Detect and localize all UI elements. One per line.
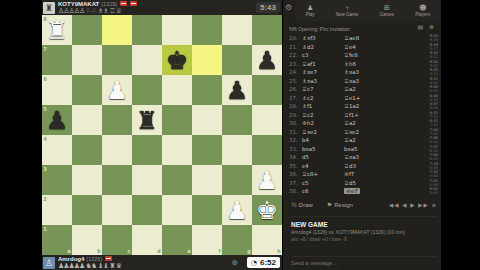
square-f2[interactable] bbox=[192, 195, 222, 225]
flag-badge bbox=[130, 1, 137, 6]
move-number: 29. bbox=[289, 112, 302, 118]
black-move[interactable]: ♗h6 bbox=[344, 61, 388, 67]
square-f7[interactable] bbox=[192, 45, 222, 75]
move-number: 35. bbox=[289, 163, 302, 169]
piece-white-rook-a8[interactable]: ♜ bbox=[42, 15, 72, 45]
square-e1[interactable]: e bbox=[162, 225, 192, 255]
square-d4[interactable] bbox=[132, 135, 162, 165]
white-move[interactable]: ♗f1 bbox=[302, 103, 344, 109]
chess-board[interactable]: 8♜7♚♟6♟♟5♟♜43♟2♟♚1abcdefgh bbox=[42, 15, 282, 255]
square-f3[interactable] bbox=[192, 165, 222, 195]
square-b5[interactable] bbox=[72, 105, 102, 135]
black-move[interactable]: ♖d5 bbox=[344, 180, 388, 186]
square-h4[interactable] bbox=[252, 135, 282, 165]
square-e8[interactable] bbox=[162, 15, 192, 45]
side-panel: ⚙ ♟Play＋New Game⊞Games☻Players ▤ ⊗ Nf6 O… bbox=[283, 0, 441, 270]
black-move[interactable]: ♖a2 bbox=[344, 137, 388, 143]
square-d7[interactable] bbox=[132, 45, 162, 75]
square-c8[interactable] bbox=[102, 15, 132, 45]
white-move[interactable]: ♗xf3 bbox=[302, 35, 344, 41]
players-icon: ☻ bbox=[419, 4, 426, 12]
square-b4[interactable] bbox=[72, 135, 102, 165]
games-icon: ⊞ bbox=[384, 4, 390, 12]
bottom-player-clock: ◔ 6:52 bbox=[247, 257, 280, 268]
square-h6[interactable] bbox=[252, 75, 282, 105]
white-move[interactable]: d5 bbox=[302, 154, 344, 160]
rank-label: 7 bbox=[44, 46, 47, 52]
move-row: 32.b4♖a27:466:48 bbox=[289, 136, 438, 145]
piece-black-pawn-a5[interactable]: ♟ bbox=[42, 105, 72, 135]
square-g8[interactable] bbox=[222, 15, 252, 45]
square-c2[interactable] bbox=[102, 195, 132, 225]
square-c3[interactable] bbox=[102, 165, 132, 195]
flag-badge bbox=[105, 256, 112, 261]
square-a8[interactable]: 8♜ bbox=[42, 15, 72, 45]
move-list: 20.♗xf3♖ae89:439:2821.♗d2♖e49:399:1722.c… bbox=[289, 34, 438, 196]
file-label: h bbox=[277, 248, 280, 254]
square-g1[interactable]: g bbox=[222, 225, 252, 255]
move-row: 31.♖xe2♖xe27:587:02 bbox=[289, 128, 438, 137]
piece-black-pawn-h7[interactable]: ♟ bbox=[252, 45, 282, 75]
move-times: 6:525:43 bbox=[416, 187, 438, 195]
square-c7[interactable] bbox=[102, 45, 132, 75]
file-label: b bbox=[97, 248, 100, 254]
move-row: 26.♖c7♖a29:008:33 bbox=[289, 85, 438, 94]
draw-button[interactable]: ½Draw bbox=[291, 201, 313, 208]
move-row: 38.c6♔e76:525:43 bbox=[289, 187, 438, 196]
square-e3[interactable] bbox=[162, 165, 192, 195]
move-number: 23. bbox=[289, 61, 302, 67]
square-h7[interactable]: ♟ bbox=[252, 45, 282, 75]
square-b6[interactable] bbox=[72, 75, 102, 105]
tab-label: Players bbox=[415, 12, 430, 18]
square-h5[interactable] bbox=[252, 105, 282, 135]
rank-label: 2 bbox=[44, 196, 47, 202]
move-row: 27.♗c2♖e1+8:488:20 bbox=[289, 94, 438, 103]
square-c6[interactable]: ♟ bbox=[102, 75, 132, 105]
top-player-clock: 5:43 bbox=[256, 2, 280, 13]
move-row: 23.♖af1♗h69:289:02 bbox=[289, 60, 438, 69]
black-move[interactable]: ♖xa3 bbox=[344, 154, 388, 160]
move-number: 36. bbox=[289, 171, 302, 177]
clock-icon: ◔ bbox=[251, 259, 257, 267]
black-move[interactable]: ♖e4 bbox=[344, 44, 388, 50]
black-move[interactable]: ♖d3 bbox=[344, 163, 388, 169]
white-move[interactable]: ♗xe7 bbox=[302, 69, 344, 75]
black-move[interactable]: bxa5 bbox=[344, 146, 388, 152]
bottom-player-bar: ♙ Amrdog4 (1326) ♟♟♟♟♟ ♞♞ ♝♝ ♜ ♛ ⊕ ◔ 6:5… bbox=[42, 255, 282, 270]
move-row: 34.d5♖xa37:286:21 bbox=[289, 153, 438, 162]
white-move[interactable]: ♖c2 bbox=[302, 112, 344, 118]
new-game-match: Amrdog4 (1326) vs. KOTY9MAKAT (1329) (10… bbox=[291, 229, 437, 236]
rank-label: 3 bbox=[44, 166, 47, 172]
avatar[interactable]: ♙ bbox=[43, 257, 55, 269]
square-d2[interactable] bbox=[132, 195, 162, 225]
square-b1[interactable]: b bbox=[72, 225, 102, 255]
white-move[interactable]: c5 bbox=[302, 180, 344, 186]
tab-players[interactable]: ☻Players bbox=[415, 4, 430, 18]
square-b8[interactable] bbox=[72, 15, 102, 45]
square-e5[interactable] bbox=[162, 105, 192, 135]
move-row: 28.♗f1♖1a28:378:04 bbox=[289, 102, 438, 111]
rank-label: 1 bbox=[44, 226, 47, 232]
tab-new-game[interactable]: ＋New Game bbox=[336, 4, 359, 18]
move-number: 27. bbox=[289, 95, 302, 101]
white-move[interactable]: bxa5 bbox=[302, 146, 344, 152]
white-move[interactable]: c4 bbox=[302, 163, 344, 169]
white-move[interactable]: ♗c2 bbox=[302, 95, 344, 101]
top-player-name[interactable]: KOTY9MAKAT bbox=[58, 1, 99, 7]
square-h2[interactable]: ♚ bbox=[252, 195, 282, 225]
captured-pieces-bottom: ♟♟♟♟♟ ♞♞ ♝♝ ♜ ♛ bbox=[58, 262, 121, 270]
piece-white-king-h2[interactable]: ♚ bbox=[252, 195, 282, 225]
square-a3[interactable]: 3 bbox=[42, 165, 72, 195]
move-nav-controls[interactable]: ◀◀ ◀ ▶ ▶▶ ≡ bbox=[389, 202, 437, 208]
tab-label: Play bbox=[306, 12, 315, 18]
move-number: 30. bbox=[289, 120, 302, 126]
resign-button[interactable]: ⚑Resign bbox=[327, 201, 353, 208]
black-move[interactable]: ♔f7 bbox=[344, 171, 388, 177]
avatar-piece-icon: ♜ bbox=[45, 3, 53, 13]
black-move[interactable]: ♖ae8 bbox=[344, 35, 388, 41]
square-g6[interactable]: ♟ bbox=[222, 75, 252, 105]
avatar-piece-icon: ♙ bbox=[45, 258, 53, 268]
move-number: 31. bbox=[289, 129, 302, 135]
move-row: 36.♖c8+♔f77:105:56 bbox=[289, 170, 438, 179]
square-f4[interactable] bbox=[192, 135, 222, 165]
black-move[interactable]: ♖a2 bbox=[344, 120, 388, 126]
square-a4[interactable]: 4 bbox=[42, 135, 72, 165]
square-a5[interactable]: 5♟ bbox=[42, 105, 72, 135]
square-b2[interactable] bbox=[72, 195, 102, 225]
top-player-bar: ♜ KOTY9MAKAT (1329) ♙♙♙♙♙ ♘♘ ♗♗ ♖ ♕ 5:43 bbox=[42, 0, 282, 15]
rank-label: 4 bbox=[44, 136, 47, 142]
square-f6[interactable] bbox=[192, 75, 222, 105]
square-d5[interactable]: ♜ bbox=[132, 105, 162, 135]
new-game-section: NEW GAME Amrdog4 (1326) vs. KOTY9MAKAT (… bbox=[291, 216, 437, 243]
tab-play[interactable]: ♟Play bbox=[306, 4, 315, 18]
top-player-rating: (1329) bbox=[101, 1, 117, 7]
move-number: 25. bbox=[289, 78, 302, 84]
black-move[interactable]: ♖1a2 bbox=[344, 103, 388, 109]
file-label: a bbox=[67, 248, 70, 254]
square-a6[interactable]: 6 bbox=[42, 75, 72, 105]
panel-tabs: ♟Play＋New Game⊞Games☻Players bbox=[295, 0, 441, 21]
square-h1[interactable]: h bbox=[252, 225, 282, 255]
white-move[interactable]: ♗d2 bbox=[302, 44, 344, 50]
black-move[interactable]: ♖f1+ bbox=[344, 112, 388, 118]
move-number: 26. bbox=[289, 86, 302, 92]
new-game-title: NEW GAME bbox=[291, 221, 437, 229]
move-list-icons[interactable]: ▤ ⊗ bbox=[417, 23, 436, 30]
square-c5[interactable] bbox=[102, 105, 132, 135]
move-number: 37. bbox=[289, 180, 302, 186]
piece-black-rook-d5[interactable]: ♜ bbox=[132, 105, 162, 135]
white-move[interactable]: ♖c7 bbox=[302, 86, 344, 92]
move-row: 30.♔h2♖a28:127:24 bbox=[289, 119, 438, 128]
piece-white-pawn-g2[interactable]: ♟ bbox=[222, 195, 252, 225]
white-move[interactable]: ♖c8+ bbox=[302, 171, 344, 177]
piece-white-pawn-c6[interactable]: ♟ bbox=[102, 75, 132, 105]
move-number: 38. bbox=[289, 188, 302, 194]
square-c1[interactable]: c bbox=[102, 225, 132, 255]
move-number: 33. bbox=[289, 146, 302, 152]
move-row: 35.c4♖d37:196:08 bbox=[289, 162, 438, 171]
add-time-icon[interactable]: ⊕ bbox=[231, 259, 238, 267]
move-row: 25.♗xa3♖xa39:118:45 bbox=[289, 77, 438, 86]
square-g5[interactable] bbox=[222, 105, 252, 135]
move-row: 21.♗d2♖e49:399:17 bbox=[289, 43, 438, 52]
black-move[interactable]: ♖a2 bbox=[344, 86, 388, 92]
square-e2[interactable] bbox=[162, 195, 192, 225]
square-e6[interactable] bbox=[162, 75, 192, 105]
move-row: 29.♖c2♖f1+8:257:45 bbox=[289, 111, 438, 120]
file-label: g bbox=[247, 248, 250, 254]
avatar[interactable]: ♜ bbox=[43, 2, 55, 14]
white-move[interactable]: ♖af1 bbox=[302, 61, 344, 67]
square-e4[interactable] bbox=[162, 135, 192, 165]
white-move[interactable]: ♔h2 bbox=[302, 120, 344, 126]
move-row: 20.♗xf3♖ae89:439:28 bbox=[289, 34, 438, 43]
white-move[interactable]: c3 bbox=[302, 52, 344, 58]
square-c4[interactable] bbox=[102, 135, 132, 165]
white-move[interactable]: c6 bbox=[302, 188, 344, 194]
move-number: 34. bbox=[289, 154, 302, 160]
move-row: 37.c5♖d57:015:49 bbox=[289, 179, 438, 188]
square-g3[interactable] bbox=[222, 165, 252, 195]
square-a7[interactable]: 7 bbox=[42, 45, 72, 75]
bottom-player-rating: (1326) bbox=[86, 256, 102, 262]
flag-badge bbox=[120, 1, 127, 6]
tab-label: Games bbox=[380, 12, 395, 18]
move-row: 22.c3♖fe89:339:11 bbox=[289, 51, 438, 60]
bottom-player-name[interactable]: Amrdog4 bbox=[58, 256, 84, 262]
chat-input[interactable]: Send a message... bbox=[291, 256, 437, 266]
square-d8[interactable] bbox=[132, 15, 162, 45]
piece-white-pawn-h3[interactable]: ♟ bbox=[252, 165, 282, 195]
tab-games[interactable]: ⊞Games bbox=[380, 4, 395, 18]
black-move[interactable]: ♔e7 bbox=[344, 188, 388, 194]
square-b7[interactable] bbox=[72, 45, 102, 75]
move-number: 20. bbox=[289, 35, 302, 41]
tab-label: New Game bbox=[336, 12, 359, 18]
square-f1[interactable]: f bbox=[192, 225, 222, 255]
game-actions: ½Draw ⚑Resign ◀◀ ◀ ▶ ▶▶ ≡ bbox=[291, 201, 437, 208]
new-game-icon: ＋ bbox=[343, 4, 350, 12]
move-number: 24. bbox=[289, 69, 302, 75]
square-h3[interactable]: ♟ bbox=[252, 165, 282, 195]
piece-black-king-e7[interactable]: ♚ bbox=[162, 45, 192, 75]
move-number: 22. bbox=[289, 52, 302, 58]
move-number: 21. bbox=[289, 44, 302, 50]
piece-black-pawn-g6[interactable]: ♟ bbox=[222, 75, 252, 105]
square-b3[interactable] bbox=[72, 165, 102, 195]
chess-app-window: ♜ KOTY9MAKAT (1329) ♙♙♙♙♙ ♘♘ ♗♗ ♖ ♕ 5:43… bbox=[0, 0, 480, 270]
rank-label: 6 bbox=[44, 76, 47, 82]
black-move[interactable]: ♖xe2 bbox=[344, 129, 388, 135]
black-move[interactable]: ♗xa3 bbox=[344, 69, 388, 75]
square-g4[interactable] bbox=[222, 135, 252, 165]
play-icon: ♟ bbox=[307, 4, 313, 12]
square-a1[interactable]: 1a bbox=[42, 225, 72, 255]
move-number: 32. bbox=[289, 137, 302, 143]
move-number: 28. bbox=[289, 103, 302, 109]
white-move[interactable]: ♖xe2 bbox=[302, 129, 344, 135]
square-e7[interactable]: ♚ bbox=[162, 45, 192, 75]
move-row: 33.bxa5bxa57:376:35 bbox=[289, 145, 438, 154]
file-label: e bbox=[187, 248, 190, 254]
square-d3[interactable] bbox=[132, 165, 162, 195]
move-row: 24.♗xe7♗xa39:208:54 bbox=[289, 68, 438, 77]
square-g7[interactable] bbox=[222, 45, 252, 75]
black-move[interactable]: ♖xa3 bbox=[344, 78, 388, 84]
square-d1[interactable]: d bbox=[132, 225, 162, 255]
new-game-odds: win +8 / draw +0 / lose -9 bbox=[291, 236, 437, 243]
opening-name[interactable]: Nf6 Opening: Pirc Invitation bbox=[289, 26, 350, 32]
square-f5[interactable] bbox=[192, 105, 222, 135]
square-d6[interactable] bbox=[132, 75, 162, 105]
square-a2[interactable]: 2 bbox=[42, 195, 72, 225]
gear-icon[interactable]: ⚙ bbox=[285, 3, 292, 12]
black-move[interactable]: ♖e1+ bbox=[344, 95, 388, 101]
white-move[interactable]: b4 bbox=[302, 137, 344, 143]
square-f8[interactable] bbox=[192, 15, 222, 45]
file-label: d bbox=[157, 248, 160, 254]
file-label: c bbox=[127, 248, 130, 254]
captured-pieces-top: ♙♙♙♙♙ ♘♘ ♗♗ ♖ ♕ bbox=[58, 7, 137, 15]
square-h8[interactable] bbox=[252, 15, 282, 45]
square-g2[interactable]: ♟ bbox=[222, 195, 252, 225]
file-label: f bbox=[219, 248, 221, 254]
white-move[interactable]: ♗xa3 bbox=[302, 78, 344, 84]
black-move[interactable]: ♖fe8 bbox=[344, 52, 388, 58]
